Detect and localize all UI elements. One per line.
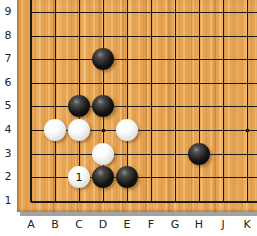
- grid-line-col-K: [247, 0, 248, 202]
- star-point-D4: [102, 129, 105, 132]
- grid-line-col-J: [223, 0, 224, 202]
- stone-white-C4[interactable]: [68, 119, 90, 141]
- row-label-6: 6: [0, 76, 16, 90]
- col-label-J: J: [215, 218, 231, 232]
- star-point-K4: [246, 129, 249, 132]
- row-label-3: 3: [0, 147, 16, 161]
- grid-line-row-1: [31, 201, 257, 203]
- stone-black-D7[interactable]: [92, 48, 114, 70]
- col-label-E: E: [119, 218, 135, 232]
- grid-line-col-B: [55, 0, 56, 202]
- stone-white-C2[interactable]: 1: [68, 166, 90, 188]
- row-label-8: 8: [0, 29, 16, 43]
- row-label-2: 2: [0, 170, 16, 184]
- stone-black-D5[interactable]: [92, 95, 114, 117]
- grid-line-row-9: [31, 12, 257, 13]
- row-label-7: 7: [0, 52, 16, 66]
- grid-line-col-H: [199, 0, 200, 202]
- col-label-C: C: [71, 218, 87, 232]
- col-label-H: H: [191, 218, 207, 232]
- stone-black-E2[interactable]: [116, 166, 138, 188]
- stone-white-E4[interactable]: [116, 119, 138, 141]
- move-number-label: 1: [76, 172, 83, 183]
- go-diagram: 1987654321ABCDEFGHJK: [0, 0, 257, 236]
- col-label-D: D: [95, 218, 111, 232]
- col-label-G: G: [167, 218, 183, 232]
- row-label-1: 1: [0, 194, 16, 208]
- stone-white-D3[interactable]: [92, 143, 114, 165]
- grid-line-row-2: [31, 177, 257, 178]
- grid-line-row-5: [31, 106, 257, 107]
- grid-line-row-7: [31, 59, 257, 60]
- col-label-A: A: [23, 218, 39, 232]
- row-label-5: 5: [0, 99, 16, 113]
- grid-line-col-G: [175, 0, 176, 202]
- col-label-B: B: [47, 218, 63, 232]
- board-shadow: [20, 212, 257, 216]
- stone-black-H3[interactable]: [188, 143, 210, 165]
- grid-line-row-8: [31, 36, 257, 37]
- col-label-F: F: [143, 218, 159, 232]
- col-label-K: K: [239, 218, 255, 232]
- row-label-9: 9: [0, 5, 16, 19]
- stone-black-C5[interactable]: [68, 95, 90, 117]
- grid-line-row-6: [31, 83, 257, 84]
- stone-white-B4[interactable]: [44, 119, 66, 141]
- stone-black-D2[interactable]: [92, 166, 114, 188]
- grid-line-col-F: [151, 0, 152, 202]
- grid-line-row-3: [31, 154, 257, 155]
- grid-line-col-A: [30, 0, 32, 202]
- row-label-4: 4: [0, 123, 16, 137]
